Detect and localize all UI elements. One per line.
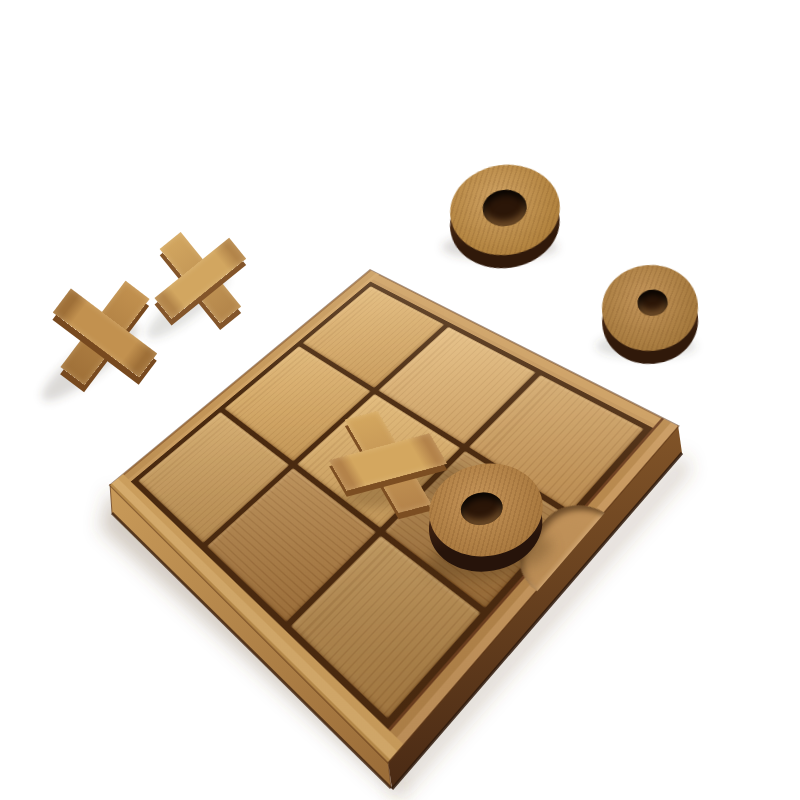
o-ring-offboard-2[interactable]: [598, 261, 701, 355]
o-ring-hole: [458, 489, 505, 528]
o-ring-hole: [636, 288, 668, 317]
product-photo-stage: [0, 0, 800, 800]
o-ring-offboard-1[interactable]: [444, 158, 565, 262]
o-ring-on-board[interactable]: [422, 455, 550, 565]
o-ring-hole: [480, 187, 529, 229]
